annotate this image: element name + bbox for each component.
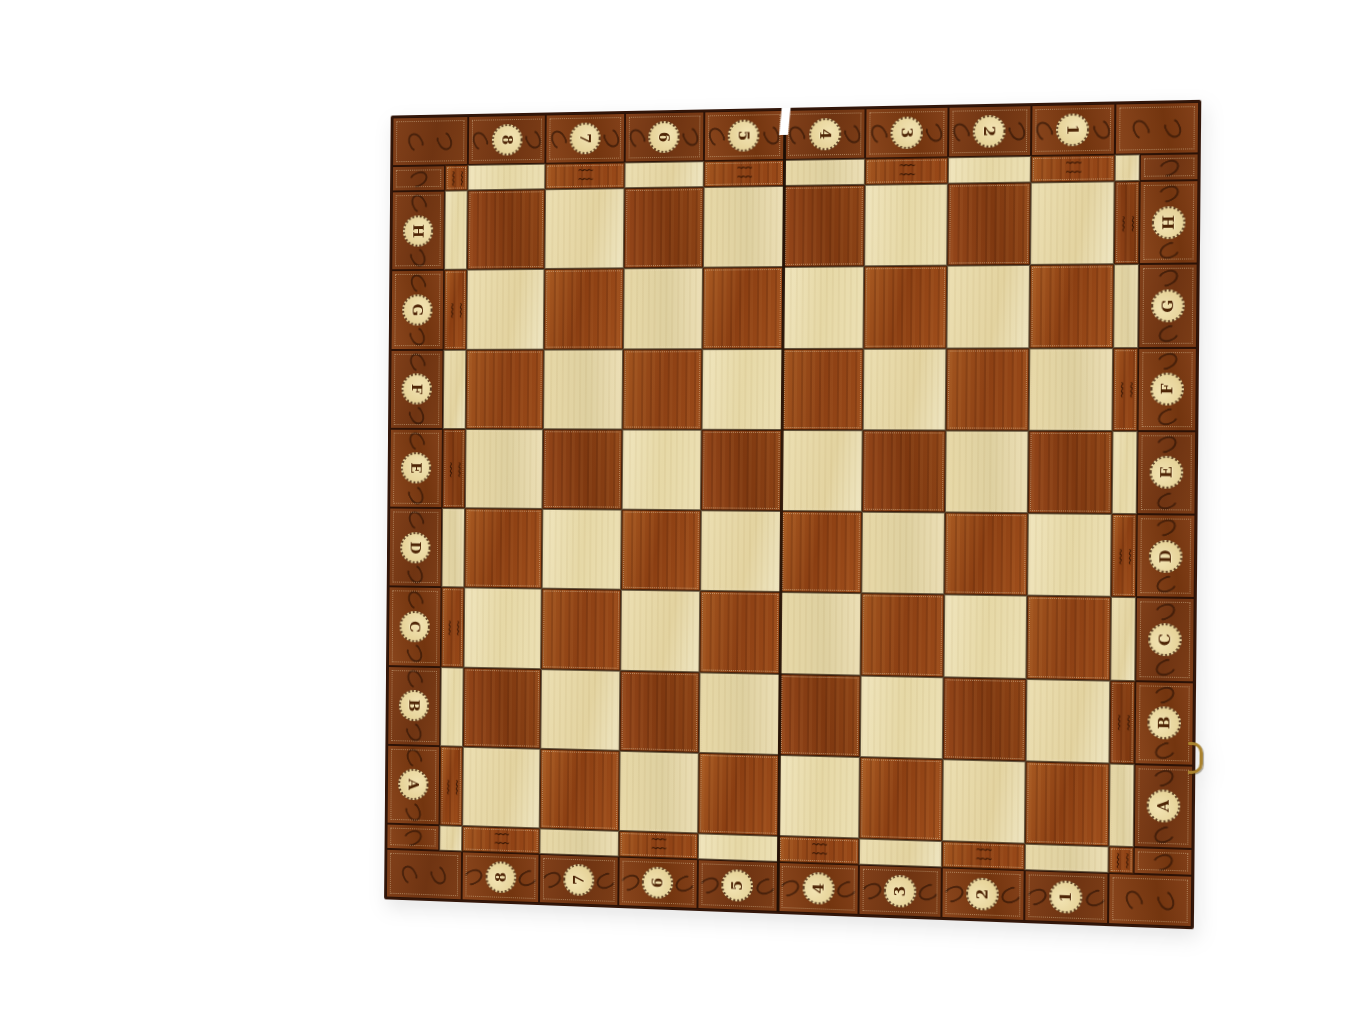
rank-label-top-6: 6 — [624, 111, 704, 162]
file-medallion: B — [399, 690, 429, 722]
leaf-ornament-icon — [1156, 239, 1181, 262]
leaf-ornament-icon — [1156, 266, 1181, 289]
square-d7[interactable] — [542, 509, 621, 590]
rank-medallion: 6 — [642, 866, 674, 899]
leaf-ornament-icon — [405, 563, 426, 586]
square-b7[interactable] — [541, 669, 620, 751]
square-a6[interactable] — [618, 751, 698, 834]
file-medallion: C — [399, 611, 429, 643]
carved-wave-mark: ~~~ ~~~ — [1065, 160, 1080, 178]
square-g3[interactable] — [864, 266, 947, 348]
file-label-left-G: G — [391, 270, 445, 349]
leaf-ornament-icon — [1090, 117, 1113, 141]
file-label-left-H: H — [391, 191, 445, 271]
edge-strip-cell: ~~~ ~~~ — [1031, 155, 1115, 183]
square-a2[interactable] — [942, 759, 1026, 844]
file-label-right-G: G — [1138, 264, 1197, 348]
leaf-ornament-icon — [1006, 119, 1029, 143]
carved-wave-mark: ~~~ ~~~ — [812, 841, 826, 859]
carved-wave-mark: ~~~ ~~~ — [976, 846, 990, 864]
leaf-ornament-icon — [463, 866, 486, 887]
leaf-ornament-icon — [1153, 600, 1178, 623]
square-a4[interactable] — [778, 755, 860, 839]
square-h1[interactable] — [1030, 181, 1115, 265]
carved-wave-mark: ~~~ ~~~ — [448, 171, 465, 185]
rank-medallion: 4 — [802, 872, 834, 905]
edge-strip-cell: ~~~ ~~~ — [462, 826, 540, 854]
rank-medallion: 3 — [884, 875, 917, 908]
edge-strip-cell: ~~~ ~~~ — [778, 836, 859, 865]
corner-bottom-left — [386, 849, 462, 900]
square-e4[interactable] — [781, 430, 863, 512]
rank-medallion: 7 — [569, 122, 600, 154]
rank-medallion: 4 — [809, 118, 841, 151]
file-label-right-C: C — [1135, 597, 1194, 681]
edge-strip-cell: ~~~ ~~~ — [618, 831, 698, 859]
square-e1[interactable] — [1028, 431, 1113, 514]
leaf-ornament-icon — [1154, 406, 1179, 429]
leaf-ornament-icon — [860, 879, 884, 901]
square-h3[interactable] — [864, 184, 947, 267]
leaf-ornament-icon — [408, 192, 429, 215]
edge-strip-cell — [1115, 154, 1140, 181]
square-b3[interactable] — [860, 675, 943, 759]
leaf-ornament-icon — [404, 667, 425, 690]
file-medallion: G — [402, 294, 432, 325]
square-f8[interactable] — [466, 349, 544, 429]
file-label-right-F: F — [1137, 347, 1196, 431]
leaf-ornament-icon — [753, 876, 777, 898]
square-f6[interactable] — [622, 349, 702, 430]
file-medallion: A — [398, 769, 428, 801]
file-label-right-E: E — [1137, 431, 1196, 515]
rank-medallion: 7 — [563, 864, 594, 897]
leaf-ornament-icon — [867, 121, 889, 145]
leaf-ornament-icon — [399, 862, 420, 885]
square-h8[interactable] — [467, 189, 545, 270]
square-b6[interactable] — [619, 670, 699, 752]
square-a1[interactable] — [1025, 761, 1110, 846]
leaf-ornament-icon — [407, 168, 429, 190]
edge-strip-cell — [859, 838, 941, 867]
rank-label-top-8: 8 — [468, 115, 546, 165]
leaf-ornament-icon — [680, 125, 702, 149]
file-label-left-B: B — [387, 666, 441, 746]
edge-strip-cell — [443, 349, 466, 428]
rank-label-top-3: 3 — [865, 107, 948, 159]
square-c2[interactable] — [943, 595, 1027, 679]
rank-label-bottom-5: 5 — [697, 859, 778, 912]
frame-filler — [392, 165, 445, 191]
edge-strip-cell — [441, 508, 464, 588]
board-perspective-wrap: 8765432187654321HGFEDCBAHGFEDCBA~~~ ~~~~… — [384, 100, 1201, 929]
edge-strip-cell: ~~~ ~~~ — [1112, 348, 1138, 431]
edge-strip-cell — [440, 667, 463, 747]
leaf-ornament-icon — [1150, 850, 1175, 872]
edge-strip-cell — [1109, 763, 1135, 847]
square-g5[interactable] — [702, 267, 783, 348]
carved-wave-mark: ~~~ ~~~ — [494, 831, 507, 849]
square-a3[interactable] — [859, 757, 942, 841]
carved-wave-mark: ~~~ ~~~ — [651, 836, 665, 854]
square-e6[interactable] — [621, 429, 701, 510]
leaf-ornament-icon — [406, 430, 427, 453]
leaf-ornament-icon — [407, 246, 428, 269]
carved-wave-mark: ~~~ ~~~ — [445, 462, 462, 476]
square-c1[interactable] — [1026, 596, 1111, 680]
leaf-ornament-icon — [626, 126, 648, 150]
square-f7[interactable] — [543, 349, 622, 429]
leaf-ornament-icon — [407, 271, 428, 294]
square-c8[interactable] — [464, 588, 542, 669]
rank-label-top-2: 2 — [948, 105, 1032, 157]
leaf-ornament-icon — [428, 863, 449, 886]
leaf-ornament-icon — [548, 127, 569, 151]
square-a5[interactable] — [698, 753, 779, 836]
edge-strip-cell — [698, 833, 779, 862]
leaf-ornament-icon — [1154, 433, 1179, 456]
leaf-ornament-icon — [405, 484, 426, 507]
leaf-ornament-icon — [405, 509, 426, 532]
edge-strip-cell — [468, 164, 546, 191]
carved-wave-mark: ~~~ ~~~ — [578, 167, 592, 185]
leaf-ornament-icon — [673, 873, 696, 895]
leaf-ornament-icon — [698, 874, 721, 896]
frame-filler — [1134, 847, 1193, 876]
file-medallion: C — [1148, 623, 1182, 656]
leaf-ornament-icon — [842, 122, 864, 146]
leaf-ornament-icon — [1152, 657, 1177, 680]
rank-label-bottom-8: 8 — [462, 851, 540, 903]
edge-strip-cell: ~~~ ~~~ — [865, 157, 947, 184]
leaf-ornament-icon — [407, 325, 428, 348]
leaf-ornament-icon — [1151, 767, 1176, 789]
edge-strip-cell: ~~~ ~~~ — [941, 841, 1024, 870]
square-d6[interactable] — [621, 510, 701, 591]
file-label-right-H: H — [1139, 180, 1199, 264]
edge-strip-cell — [1110, 597, 1136, 681]
square-b1[interactable] — [1025, 678, 1110, 763]
rank-label-top-1: 1 — [1031, 104, 1116, 157]
square-f5[interactable] — [701, 348, 782, 429]
file-label-left-C: C — [388, 587, 442, 667]
file-medallion: B — [1147, 706, 1181, 740]
edge-strip-cell: ~~~ ~~~ — [1114, 181, 1140, 265]
square-h5[interactable] — [703, 186, 784, 268]
edge-strip-cell — [1024, 844, 1108, 873]
edge-strip-cell: ~~~ ~~~ — [703, 160, 784, 187]
corner-bottom-right — [1108, 873, 1192, 927]
leaf-ornament-icon — [405, 130, 426, 153]
rank-label-bottom-4: 4 — [778, 862, 860, 915]
carved-wave-mark: ~~~ ~~~ — [1113, 715, 1131, 730]
file-label-left-F: F — [390, 349, 444, 428]
square-f3[interactable] — [863, 348, 946, 430]
leaf-ornament-icon — [916, 881, 940, 903]
square-c4[interactable] — [780, 592, 862, 675]
file-medallion: D — [1149, 539, 1183, 572]
rank-medallion: 8 — [491, 124, 522, 156]
rank-label-top-4: 4 — [784, 108, 866, 160]
square-b8[interactable] — [463, 667, 541, 748]
square-d5[interactable] — [700, 510, 781, 592]
leaf-ornament-icon — [1154, 490, 1179, 513]
frame-filler — [386, 824, 439, 851]
rank-label-top-7: 7 — [546, 113, 625, 164]
leaf-ornament-icon — [1151, 740, 1176, 763]
square-f1[interactable] — [1028, 348, 1113, 431]
leaf-ornament-icon — [834, 878, 858, 900]
edge-strip-cell: ~~~ ~~~ — [1111, 514, 1137, 597]
leaf-ornament-icon — [1153, 516, 1178, 539]
square-f4[interactable] — [782, 348, 864, 430]
edge-strip-cell: ~~~ ~~~ — [545, 162, 624, 189]
square-g4[interactable] — [782, 267, 864, 349]
leaf-ornament-icon — [406, 405, 427, 428]
square-d2[interactable] — [944, 512, 1028, 595]
file-medallion: E — [1149, 456, 1183, 489]
square-e7[interactable] — [543, 429, 622, 510]
edge-strip-cell: ~~~ ~~~ — [444, 270, 467, 350]
leaf-ornament-icon — [1162, 116, 1185, 141]
chessboard: 8765432187654321HGFEDCBAHGFEDCBA~~~ ~~~~… — [384, 100, 1201, 929]
leaf-ornament-icon — [540, 868, 563, 889]
leaf-ornament-icon — [404, 642, 425, 665]
leaf-ornament-icon — [924, 120, 946, 144]
leaf-ornament-icon — [1155, 888, 1178, 912]
leaf-ornament-icon — [403, 746, 424, 769]
square-c6[interactable] — [620, 590, 700, 672]
edge-strip-cell: ~~~ ~~~ — [1109, 846, 1134, 873]
square-g6[interactable] — [623, 268, 703, 349]
rank-label-bottom-7: 7 — [539, 854, 618, 906]
leaf-ornament-icon — [1155, 323, 1180, 346]
rank-label-bottom-2: 2 — [941, 867, 1025, 921]
file-medallion: G — [1151, 289, 1185, 322]
square-e3[interactable] — [862, 430, 945, 512]
leaf-ornament-icon — [523, 128, 544, 151]
leaf-ornament-icon — [1025, 885, 1050, 907]
rank-medallion: 3 — [890, 116, 923, 149]
leaf-ornament-icon — [942, 882, 966, 904]
file-medallion: H — [1152, 206, 1186, 239]
file-label-right-B: B — [1135, 681, 1194, 766]
rank-medallion: 6 — [648, 121, 680, 153]
file-medallion: A — [1147, 789, 1181, 823]
rank-medallion: 2 — [973, 115, 1006, 148]
leaf-ornament-icon — [1152, 683, 1177, 706]
carved-wave-mark: ~~~ ~~~ — [1115, 548, 1133, 562]
edge-strip-cell: ~~~ ~~~ — [439, 746, 462, 826]
file-medallion: F — [1150, 373, 1184, 406]
edge-strip-cell — [439, 825, 462, 851]
square-d1[interactable] — [1027, 513, 1112, 597]
carved-wave-mark: ~~~ ~~~ — [444, 620, 461, 634]
rank-label-top-5: 5 — [704, 110, 785, 161]
square-e2[interactable] — [944, 430, 1028, 513]
rank-medallion: 2 — [966, 877, 999, 911]
square-d8[interactable] — [464, 508, 542, 589]
square-h2[interactable] — [947, 182, 1031, 265]
file-medallion: H — [403, 215, 433, 247]
edge-strip-cell — [624, 161, 704, 188]
corner-top-left — [392, 116, 468, 166]
square-h6[interactable] — [623, 187, 703, 268]
leaf-ornament-icon — [999, 884, 1023, 906]
leaf-ornament-icon — [594, 870, 617, 892]
square-g1[interactable] — [1029, 264, 1114, 347]
carved-wave-mark: ~~~ ~~~ — [443, 779, 460, 793]
carved-wave-mark: ~~~ ~~~ — [447, 303, 464, 317]
edge-strip-cell — [1113, 264, 1139, 347]
square-a8[interactable] — [462, 747, 540, 829]
edge-strip-cell: ~~~ ~~~ — [441, 587, 464, 667]
square-f2[interactable] — [945, 348, 1029, 431]
leaf-ornament-icon — [403, 721, 424, 744]
rank-medallion: 5 — [722, 869, 754, 902]
leaf-ornament-icon — [403, 800, 424, 823]
rank-label-bottom-1: 1 — [1024, 870, 1109, 924]
edge-strip-cell — [444, 190, 467, 270]
square-b4[interactable] — [779, 673, 861, 756]
leaf-ornament-icon — [1122, 887, 1145, 911]
square-h4[interactable] — [783, 185, 865, 267]
file-label-left-D: D — [389, 508, 443, 588]
square-h7[interactable] — [545, 188, 624, 269]
square-d4[interactable] — [780, 511, 862, 593]
square-g7[interactable] — [544, 269, 623, 350]
leaf-ornament-icon — [1129, 116, 1152, 141]
square-g8[interactable] — [466, 269, 544, 349]
square-a7[interactable] — [540, 749, 619, 831]
square-e5[interactable] — [701, 430, 782, 511]
leaf-ornament-icon — [706, 124, 728, 148]
rank-label-bottom-6: 6 — [618, 857, 698, 909]
file-label-left-E: E — [389, 429, 443, 508]
edge-strip-cell — [1112, 431, 1138, 514]
leaf-ornament-icon — [1155, 349, 1180, 372]
file-label-right-A: A — [1134, 764, 1193, 849]
leaf-ornament-icon — [950, 120, 973, 144]
edge-strip-cell — [947, 156, 1030, 184]
frame-filler — [1140, 153, 1199, 181]
rank-medallion: 1 — [1049, 880, 1082, 914]
leaf-ornament-icon — [434, 129, 455, 152]
square-d3[interactable] — [862, 512, 945, 595]
carved-wave-mark: ~~~ ~~~ — [737, 165, 751, 183]
square-b2[interactable] — [942, 677, 1026, 761]
leaf-ornament-icon — [404, 588, 425, 611]
leaf-ornament-icon — [1157, 156, 1182, 179]
leaf-ornament-icon — [619, 871, 642, 893]
leaf-ornament-icon — [601, 126, 622, 150]
file-medallion: E — [401, 453, 431, 484]
leaf-ornament-icon — [1083, 887, 1108, 909]
rank-medallion: 1 — [1056, 113, 1089, 146]
rank-label-bottom-3: 3 — [859, 865, 942, 918]
corner-top-right — [1115, 102, 1199, 155]
leaf-ornament-icon — [406, 350, 427, 373]
square-c7[interactable] — [541, 589, 620, 670]
square-c3[interactable] — [861, 593, 944, 676]
edge-strip-cell: ~~~ ~~~ — [442, 429, 465, 509]
square-b5[interactable] — [699, 672, 780, 755]
carved-wave-mark: ~~~ ~~~ — [899, 162, 913, 180]
square-g2[interactable] — [946, 265, 1030, 348]
leaf-ornament-icon — [402, 826, 424, 847]
file-label-right-D: D — [1136, 514, 1195, 598]
rank-medallion: 8 — [485, 861, 516, 893]
leaf-ornament-icon — [470, 129, 491, 152]
rank-medallion: 5 — [728, 119, 760, 151]
leaf-ornament-icon — [1151, 824, 1176, 846]
edge-strip-cell — [784, 159, 866, 186]
leaf-ornament-icon — [1156, 182, 1181, 205]
photo-background: 8765432187654321HGFEDCBAHGFEDCBA~~~ ~~~~… — [0, 0, 1365, 1024]
leaf-ornament-icon — [1033, 118, 1056, 142]
leaf-ornament-icon — [779, 876, 803, 898]
file-label-left-A: A — [387, 745, 441, 826]
file-medallion: F — [401, 373, 431, 404]
square-c5[interactable] — [699, 591, 780, 673]
leaf-ornament-icon — [1153, 573, 1178, 596]
edge-strip-cell: ~~~ ~~~ — [445, 165, 468, 191]
file-medallion: D — [400, 532, 430, 564]
leaf-ornament-icon — [786, 123, 808, 147]
brass-clasp-icon — [1188, 741, 1203, 773]
edge-strip-cell: ~~~ ~~~ — [1109, 680, 1135, 764]
carved-wave-mark: ~~~ ~~~ — [1112, 853, 1130, 868]
carved-wave-mark: ~~~ ~~~ — [1118, 216, 1136, 230]
edge-strip-cell — [540, 828, 619, 856]
leaf-ornament-icon — [516, 867, 539, 888]
square-e8[interactable] — [465, 429, 543, 509]
carved-wave-mark: ~~~ ~~~ — [1116, 382, 1134, 396]
